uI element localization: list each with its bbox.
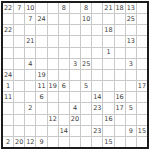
empty-cell-r7c8[interactable]	[81, 70, 91, 80]
clue-cell-r8c6[interactable]: 6	[59, 81, 69, 91]
empty-cell-r4c5[interactable]	[48, 36, 58, 46]
clue-cell-r1c1[interactable]: 22	[3, 3, 13, 13]
empty-cell-r8c12[interactable]	[126, 81, 136, 91]
empty-cell-r5c5[interactable]	[48, 48, 58, 58]
clue-cell-r8c5[interactable]: 19	[48, 81, 58, 91]
empty-cell-r7c5[interactable]	[48, 70, 58, 80]
empty-cell-r3c9[interactable]	[92, 25, 102, 35]
empty-cell-r3c4[interactable]	[36, 25, 46, 35]
empty-cell-r1c5[interactable]	[48, 3, 58, 13]
empty-cell-r8c2[interactable]	[14, 81, 24, 91]
clue-cell-r6c12[interactable]: 3	[126, 59, 136, 69]
empty-cell-r11c1[interactable]	[3, 115, 13, 125]
empty-cell-r4c1[interactable]	[3, 36, 13, 46]
clue-cell-r13c2[interactable]: 20	[14, 137, 24, 147]
empty-cell-r2c7[interactable]	[70, 14, 80, 24]
empty-cell-r6c10[interactable]	[103, 59, 113, 69]
empty-cell-r8c7[interactable]	[70, 81, 80, 91]
empty-cell-r4c7[interactable]	[70, 36, 80, 46]
empty-cell-r11c6[interactable]	[59, 115, 69, 125]
empty-cell-r3c5[interactable]	[48, 25, 58, 35]
empty-cell-r11c2[interactable]	[14, 115, 24, 125]
empty-cell-r2c1[interactable]	[3, 14, 13, 24]
clue-cell-r13c3[interactable]: 12	[25, 137, 35, 147]
empty-cell-r7c10[interactable]	[103, 70, 113, 80]
clue-cell-r9c4[interactable]: 6	[36, 92, 46, 102]
empty-cell-r5c13[interactable]	[137, 48, 147, 58]
empty-cell-r12c10[interactable]	[103, 126, 113, 136]
empty-cell-r2c11[interactable]	[115, 14, 125, 24]
clue-cell-r5c10[interactable]: 1	[103, 48, 113, 58]
clue-cell-r6c7[interactable]: 3	[70, 59, 80, 69]
empty-cell-r10c2[interactable]	[14, 103, 24, 113]
empty-cell-r7c12[interactable]	[126, 70, 136, 80]
empty-cell-r7c9[interactable]	[92, 70, 102, 80]
empty-cell-r5c1[interactable]	[3, 48, 13, 58]
empty-cell-r7c13[interactable]	[137, 70, 147, 80]
clue-cell-r10c12[interactable]: 5	[126, 103, 136, 113]
empty-cell-r5c3[interactable]	[25, 48, 35, 58]
clue-cell-r3c1[interactable]: 22	[3, 25, 13, 35]
clue-cell-r8c13[interactable]: 17	[137, 81, 147, 91]
clue-cell-r12c13[interactable]: 15	[137, 126, 147, 136]
clue-cell-r13c4[interactable]: 9	[36, 137, 46, 147]
empty-cell-r4c10[interactable]	[103, 36, 113, 46]
empty-cell-r13c6[interactable]	[59, 137, 69, 147]
empty-cell-r5c2[interactable]	[14, 48, 24, 58]
clue-cell-r11c5[interactable]: 12	[48, 115, 58, 125]
empty-cell-r2c9[interactable]	[92, 14, 102, 24]
empty-cell-r6c4[interactable]	[36, 59, 46, 69]
empty-cell-r12c3[interactable]	[25, 126, 35, 136]
empty-cell-r5c11[interactable]	[115, 48, 125, 58]
clue-cell-r10c11[interactable]: 17	[115, 103, 125, 113]
clue-cell-r13c10[interactable]: 15	[103, 137, 113, 147]
empty-cell-r6c5[interactable]	[48, 59, 58, 69]
empty-cell-r5c7[interactable]	[70, 48, 80, 58]
empty-cell-r6c13[interactable]	[137, 59, 147, 69]
empty-cell-r2c13[interactable]	[137, 14, 147, 24]
empty-cell-r1c7[interactable]	[70, 3, 80, 13]
empty-cell-r8c9[interactable]	[92, 81, 102, 91]
empty-cell-r6c6[interactable]	[59, 59, 69, 69]
clue-cell-r9c1[interactable]: 11	[3, 92, 13, 102]
clue-cell-r1c2[interactable]: 7	[14, 3, 24, 13]
empty-cell-r7c2[interactable]	[14, 70, 24, 80]
empty-cell-r2c6[interactable]	[59, 14, 69, 24]
empty-cell-r9c13[interactable]	[137, 92, 147, 102]
empty-cell-r7c7[interactable]	[70, 70, 80, 80]
empty-cell-r13c13[interactable]	[137, 137, 147, 147]
clue-cell-r13c1[interactable]: 2	[3, 137, 13, 147]
empty-cell-r11c11[interactable]	[115, 115, 125, 125]
empty-cell-r10c6[interactable]	[59, 103, 69, 113]
clue-cell-r11c10[interactable]: 16	[103, 115, 113, 125]
empty-cell-r12c4[interactable]	[36, 126, 46, 136]
clue-cell-r1c12[interactable]: 13	[126, 3, 136, 13]
clue-cell-r2c8[interactable]: 10	[81, 14, 91, 24]
clue-cell-r10c7[interactable]: 4	[70, 103, 80, 113]
empty-cell-r10c10[interactable]	[103, 103, 113, 113]
empty-cell-r11c12[interactable]	[126, 115, 136, 125]
empty-cell-r4c4[interactable]	[36, 36, 46, 46]
empty-cell-r13c9[interactable]	[92, 137, 102, 147]
empty-cell-r12c5[interactable]	[48, 126, 58, 136]
empty-cell-r10c4[interactable]	[36, 103, 46, 113]
empty-cell-r4c2[interactable]	[14, 36, 24, 46]
empty-cell-r9c2[interactable]	[14, 92, 24, 102]
clue-cell-r1c11[interactable]: 18	[115, 3, 125, 13]
clue-cell-r6c3[interactable]: 4	[25, 59, 35, 69]
clue-cell-r1c10[interactable]: 21	[103, 3, 113, 13]
empty-cell-r5c8[interactable]	[81, 48, 91, 58]
empty-cell-r12c1[interactable]	[3, 126, 13, 136]
clue-cell-r3c10[interactable]: 18	[103, 25, 113, 35]
empty-cell-r13c12[interactable]	[126, 137, 136, 147]
clue-cell-r7c1[interactable]: 24	[3, 70, 13, 80]
clue-cell-r8c1[interactable]: 1	[3, 81, 13, 91]
empty-cell-r8c10[interactable]	[103, 81, 113, 91]
empty-cell-r9c7[interactable]	[70, 92, 80, 102]
empty-cell-r8c3[interactable]	[25, 81, 35, 91]
empty-cell-r4c9[interactable]	[92, 36, 102, 46]
empty-cell-r13c11[interactable]	[115, 137, 125, 147]
empty-cell-r11c9[interactable]	[92, 115, 102, 125]
empty-cell-r2c10[interactable]	[103, 14, 113, 24]
empty-cell-r13c7[interactable]	[70, 137, 80, 147]
empty-cell-r3c7[interactable]	[70, 25, 80, 35]
puzzle-area: 2271088211813724102522182113143253241911…	[0, 0, 150, 150]
empty-cell-r1c4[interactable]	[36, 3, 46, 13]
empty-cell-r12c11[interactable]	[115, 126, 125, 136]
empty-cell-r4c13[interactable]	[137, 36, 147, 46]
empty-cell-r4c6[interactable]	[59, 36, 69, 46]
empty-cell-r13c5[interactable]	[48, 137, 58, 147]
empty-cell-r12c7[interactable]	[70, 126, 80, 136]
empty-cell-r5c4[interactable]	[36, 48, 46, 58]
clue-cell-r12c6[interactable]: 14	[59, 126, 69, 136]
clue-cell-r8c4[interactable]: 11	[36, 81, 46, 91]
empty-cell-r2c2[interactable]	[14, 14, 24, 24]
empty-cell-r1c9[interactable]	[92, 3, 102, 13]
empty-cell-r1c13[interactable]	[137, 3, 147, 13]
clue-cell-r12c9[interactable]: 23	[92, 126, 102, 136]
empty-cell-r9c5[interactable]	[48, 92, 58, 102]
empty-cell-r3c6[interactable]	[59, 25, 69, 35]
empty-cell-r10c8[interactable]	[81, 103, 91, 113]
empty-cell-r5c6[interactable]	[59, 48, 69, 58]
empty-cell-r10c13[interactable]	[137, 103, 147, 113]
clue-cell-r11c7[interactable]: 20	[70, 115, 80, 125]
empty-cell-r6c9[interactable]	[92, 59, 102, 69]
empty-cell-r5c9[interactable]	[92, 48, 102, 58]
empty-cell-r11c3[interactable]	[25, 115, 35, 125]
clue-cell-r4c3[interactable]: 21	[25, 36, 35, 46]
empty-cell-r5c12[interactable]	[126, 48, 136, 58]
empty-cell-r9c10[interactable]	[103, 92, 113, 102]
clue-cell-r10c9[interactable]: 23	[92, 103, 102, 113]
clue-cell-r2c12[interactable]: 25	[126, 14, 136, 24]
clue-cell-r6c8[interactable]: 25	[81, 59, 91, 69]
empty-cell-r12c8[interactable]	[81, 126, 91, 136]
empty-cell-r3c3[interactable]	[25, 25, 35, 35]
empty-cell-r9c12[interactable]	[126, 92, 136, 102]
empty-cell-r8c11[interactable]	[115, 81, 125, 91]
empty-cell-r3c13[interactable]	[137, 25, 147, 35]
clue-cell-r10c3[interactable]: 2	[25, 103, 35, 113]
empty-cell-r11c8[interactable]	[81, 115, 91, 125]
clue-cell-r1c8[interactable]: 8	[81, 3, 91, 13]
empty-cell-r9c6[interactable]	[59, 92, 69, 102]
empty-cell-r11c4[interactable]	[36, 115, 46, 125]
empty-cell-r9c8[interactable]	[81, 92, 91, 102]
clue-cell-r1c6[interactable]: 8	[59, 3, 69, 13]
empty-cell-r7c11[interactable]	[115, 70, 125, 80]
empty-cell-r7c6[interactable]	[59, 70, 69, 80]
clue-cell-r4c12[interactable]: 13	[126, 36, 136, 46]
empty-cell-r6c11[interactable]	[115, 59, 125, 69]
empty-cell-r4c8[interactable]	[81, 36, 91, 46]
clue-cell-r9c9[interactable]: 14	[92, 92, 102, 102]
clue-cell-r2c3[interactable]: 7	[25, 14, 35, 24]
empty-cell-r3c8[interactable]	[81, 25, 91, 35]
empty-cell-r10c1[interactable]	[3, 103, 13, 113]
kuromasu-board: 2271088211813724102522182113143253241911…	[1, 1, 149, 149]
clue-cell-r2c4[interactable]: 24	[36, 14, 46, 24]
empty-cell-r9c3[interactable]	[25, 92, 35, 102]
empty-cell-r7c3[interactable]	[25, 70, 35, 80]
empty-cell-r6c1[interactable]	[3, 59, 13, 69]
clue-cell-r8c8[interactable]: 5	[81, 81, 91, 91]
empty-cell-r2c5[interactable]	[48, 14, 58, 24]
clue-cell-r1c3[interactable]: 10	[25, 3, 35, 13]
empty-cell-r12c2[interactable]	[14, 126, 24, 136]
empty-cell-r13c8[interactable]	[81, 137, 91, 147]
empty-cell-r6c2[interactable]	[14, 59, 24, 69]
empty-cell-r3c2[interactable]	[14, 25, 24, 35]
empty-cell-r11c13[interactable]	[137, 115, 147, 125]
empty-cell-r10c5[interactable]	[48, 103, 58, 113]
clue-cell-r12c12[interactable]: 9	[126, 126, 136, 136]
empty-cell-r4c11[interactable]	[115, 36, 125, 46]
clue-cell-r9c11[interactable]: 16	[115, 92, 125, 102]
empty-cell-r3c12[interactable]	[126, 25, 136, 35]
empty-cell-r3c11[interactable]	[115, 25, 125, 35]
clue-cell-r7c4[interactable]: 19	[36, 70, 46, 80]
